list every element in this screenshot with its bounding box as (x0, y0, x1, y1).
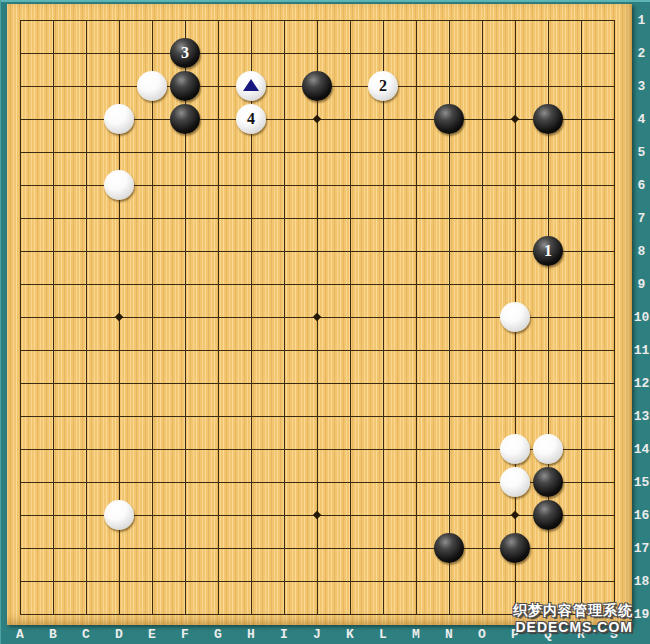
stone-q4-black (533, 104, 563, 134)
coord-label-row-18: 18 (633, 574, 650, 589)
stone-h3-white (236, 71, 266, 101)
coord-label-row-17: 17 (633, 541, 650, 556)
stone-f2-black: 3 (170, 38, 200, 68)
coord-label-col-i: I (280, 627, 288, 642)
board-gridline-horizontal (20, 581, 615, 582)
coord-label-col-g: G (214, 627, 222, 642)
coord-label-row-8: 8 (633, 244, 650, 259)
coord-label-col-a: A (16, 627, 24, 642)
stone-d16-white (104, 500, 134, 530)
coord-label-col-o: O (478, 627, 486, 642)
triangle-marker-icon (243, 79, 259, 91)
watermark-line2: DEDECMS.COM (515, 619, 633, 635)
stone-q8-black: 1 (533, 236, 563, 266)
coord-label-row-7: 7 (633, 211, 650, 226)
frame-top-highlight (0, 0, 650, 2)
coord-label-row-9: 9 (633, 277, 650, 292)
stone-q14-white (533, 434, 563, 464)
coord-label-col-j: J (313, 627, 321, 642)
board-gridline-horizontal (20, 350, 615, 351)
coord-label-col-f: F (181, 627, 189, 642)
stone-d4-white (104, 104, 134, 134)
coord-label-col-d: D (115, 627, 123, 642)
stone-e3-white (137, 71, 167, 101)
stone-n4-black (434, 104, 464, 134)
stone-p10-white (500, 302, 530, 332)
coord-label-row-14: 14 (633, 442, 650, 457)
board-gridline-vertical (581, 20, 582, 615)
stone-l3-white: 2 (368, 71, 398, 101)
coord-label-col-m: M (412, 627, 420, 642)
coord-label-row-6: 6 (633, 178, 650, 193)
frame-left-highlight (0, 0, 1, 644)
coord-label-row-11: 11 (633, 343, 650, 358)
stone-q15-black (533, 467, 563, 497)
coord-label-row-19: 19 (633, 607, 650, 622)
coord-label-col-b: B (49, 627, 57, 642)
go-diagram: 3241ABCDEFGHIJKLMNOPQRS12345678910111213… (0, 0, 650, 644)
coord-label-row-13: 13 (633, 409, 650, 424)
coord-label-row-16: 16 (633, 508, 650, 523)
stone-p15-white (500, 467, 530, 497)
coord-label-col-e: E (148, 627, 156, 642)
stone-p17-black (500, 533, 530, 563)
stone-d6-white (104, 170, 134, 200)
coord-label-row-5: 5 (633, 145, 650, 160)
board-gridline-vertical (416, 20, 417, 615)
stone-q16-black (533, 500, 563, 530)
coord-label-row-1: 1 (633, 13, 650, 28)
board-gridline-horizontal (20, 416, 615, 417)
coord-label-col-l: L (379, 627, 387, 642)
stone-j3-black (302, 71, 332, 101)
stone-h4-white: 4 (236, 104, 266, 134)
stone-n17-black (434, 533, 464, 563)
coord-label-row-4: 4 (633, 112, 650, 127)
board-gridline-vertical (614, 20, 615, 615)
board-gridline-vertical (350, 20, 351, 615)
coord-label-col-h: H (247, 627, 255, 642)
stone-f4-black (170, 104, 200, 134)
coord-label-row-15: 15 (633, 475, 650, 490)
coord-label-row-3: 3 (633, 79, 650, 94)
watermark-line1: 织梦内容管理系统 (513, 602, 633, 620)
board-gridline-vertical (383, 20, 384, 615)
coord-label-col-k: K (346, 627, 354, 642)
coord-label-col-c: C (82, 627, 90, 642)
coord-label-col-n: N (445, 627, 453, 642)
coord-label-row-2: 2 (633, 46, 650, 61)
stone-p14-white (500, 434, 530, 464)
coord-label-row-12: 12 (633, 376, 650, 391)
stone-f3-black (170, 71, 200, 101)
board-gridline-horizontal (20, 383, 615, 384)
board-gridline-vertical (482, 20, 483, 615)
coord-label-row-10: 10 (633, 310, 650, 325)
